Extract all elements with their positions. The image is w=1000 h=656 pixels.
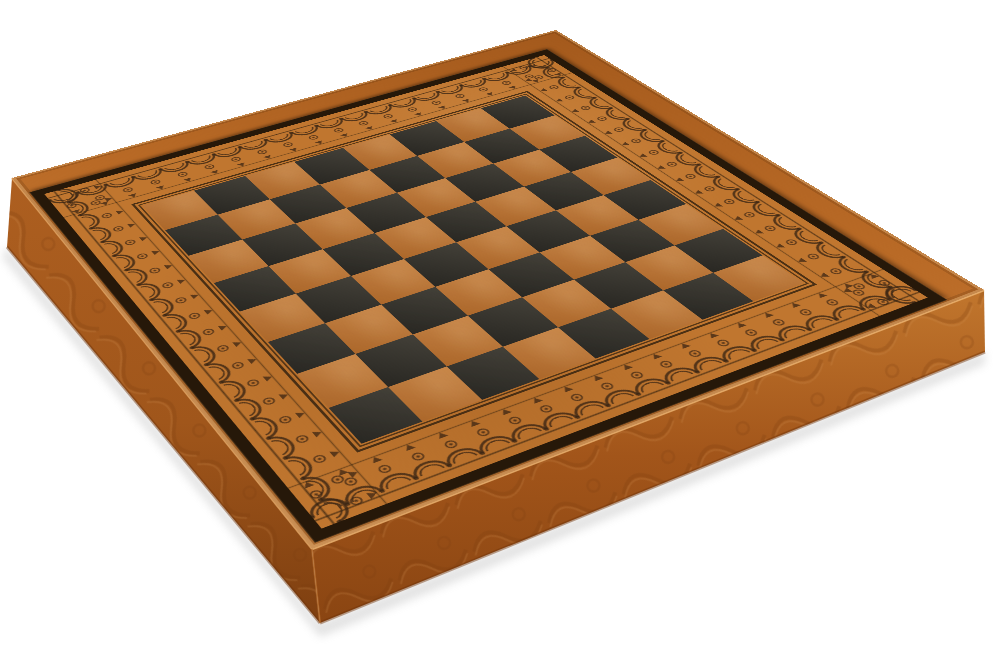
chess-board-photo [0,0,1000,656]
